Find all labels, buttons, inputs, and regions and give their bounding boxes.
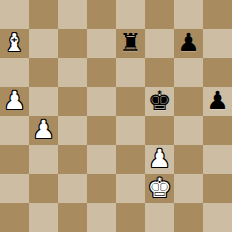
square-g8[interactable] xyxy=(174,0,203,29)
square-a5[interactable]: ♟ xyxy=(0,87,29,116)
square-g4[interactable] xyxy=(174,116,203,145)
square-h7[interactable] xyxy=(203,29,232,58)
piece-white-bishop-a7[interactable]: ♝ xyxy=(0,27,29,58)
square-d1[interactable] xyxy=(87,203,116,232)
square-c1[interactable] xyxy=(58,203,87,232)
square-c7[interactable] xyxy=(58,29,87,58)
square-b3[interactable] xyxy=(29,145,58,174)
square-c8[interactable] xyxy=(58,0,87,29)
square-d8[interactable] xyxy=(87,0,116,29)
square-b4[interactable]: ♟ xyxy=(29,116,58,145)
square-f3[interactable]: ♟ xyxy=(145,145,174,174)
square-h2[interactable] xyxy=(203,174,232,203)
square-c4[interactable] xyxy=(58,116,87,145)
piece-white-pawn-a5[interactable]: ♟ xyxy=(0,85,29,116)
square-h1[interactable] xyxy=(203,203,232,232)
square-f4[interactable] xyxy=(145,116,174,145)
square-e1[interactable] xyxy=(116,203,145,232)
square-d4[interactable] xyxy=(87,116,116,145)
square-g2[interactable] xyxy=(174,174,203,203)
square-a2[interactable] xyxy=(0,174,29,203)
square-a1[interactable] xyxy=(0,203,29,232)
square-a8[interactable] xyxy=(0,0,29,29)
square-c5[interactable] xyxy=(58,87,87,116)
square-h8[interactable] xyxy=(203,0,232,29)
square-g1[interactable] xyxy=(174,203,203,232)
square-a3[interactable] xyxy=(0,145,29,174)
square-f5[interactable]: ♚ xyxy=(145,87,174,116)
square-d6[interactable] xyxy=(87,58,116,87)
piece-white-pawn-f3[interactable]: ♟ xyxy=(145,143,174,174)
piece-black-pawn-g7[interactable]: ♟ xyxy=(174,27,203,58)
square-b7[interactable] xyxy=(29,29,58,58)
piece-white-pawn-b4[interactable]: ♟ xyxy=(29,114,58,145)
square-b8[interactable] xyxy=(29,0,58,29)
square-b1[interactable] xyxy=(29,203,58,232)
piece-black-pawn-h5[interactable]: ♟ xyxy=(203,85,232,116)
square-d3[interactable] xyxy=(87,145,116,174)
square-c3[interactable] xyxy=(58,145,87,174)
piece-black-king-f5[interactable]: ♚ xyxy=(145,85,174,116)
square-e5[interactable] xyxy=(116,87,145,116)
square-e6[interactable] xyxy=(116,58,145,87)
square-a7[interactable]: ♝ xyxy=(0,29,29,58)
square-e3[interactable] xyxy=(116,145,145,174)
piece-white-king-f2[interactable]: ♚ xyxy=(145,172,174,203)
square-f8[interactable] xyxy=(145,0,174,29)
square-g7[interactable]: ♟ xyxy=(174,29,203,58)
square-d7[interactable] xyxy=(87,29,116,58)
square-b6[interactable] xyxy=(29,58,58,87)
square-e4[interactable] xyxy=(116,116,145,145)
square-b2[interactable] xyxy=(29,174,58,203)
square-e7[interactable]: ♜ xyxy=(116,29,145,58)
square-a4[interactable] xyxy=(0,116,29,145)
square-a6[interactable] xyxy=(0,58,29,87)
square-f7[interactable] xyxy=(145,29,174,58)
square-h4[interactable] xyxy=(203,116,232,145)
square-d2[interactable] xyxy=(87,174,116,203)
square-f2[interactable]: ♚ xyxy=(145,174,174,203)
square-g5[interactable] xyxy=(174,87,203,116)
square-f6[interactable] xyxy=(145,58,174,87)
square-f1[interactable] xyxy=(145,203,174,232)
square-d5[interactable] xyxy=(87,87,116,116)
square-b5[interactable] xyxy=(29,87,58,116)
square-g3[interactable] xyxy=(174,145,203,174)
square-e2[interactable] xyxy=(116,174,145,203)
square-c2[interactable] xyxy=(58,174,87,203)
square-h6[interactable] xyxy=(203,58,232,87)
square-e8[interactable] xyxy=(116,0,145,29)
square-h5[interactable]: ♟ xyxy=(203,87,232,116)
square-g6[interactable] xyxy=(174,58,203,87)
square-c6[interactable] xyxy=(58,58,87,87)
piece-black-rook-e7[interactable]: ♜ xyxy=(116,27,145,58)
square-h3[interactable] xyxy=(203,145,232,174)
chess-board: ♝♜♟♟♚♟♟♟♚ xyxy=(0,0,232,232)
